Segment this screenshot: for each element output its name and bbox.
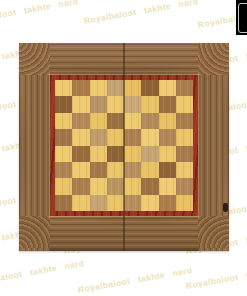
board-square — [55, 162, 72, 178]
board-square — [90, 80, 107, 96]
board-square — [124, 162, 141, 178]
board-square — [72, 178, 89, 194]
board-square — [141, 178, 158, 194]
board-square — [159, 113, 176, 129]
board-square — [107, 113, 124, 129]
board-square — [141, 129, 158, 145]
board-square — [159, 178, 176, 194]
watermark-text: Royalbaloot takhte nard — [83, 0, 199, 26]
board-square — [141, 80, 158, 96]
fold-seam-line — [123, 43, 125, 251]
board-square — [124, 80, 141, 96]
frame-corner-bottom-left — [19, 216, 50, 248]
board-square — [55, 195, 72, 211]
board-square — [124, 113, 141, 129]
board-square — [72, 162, 89, 178]
board-square — [55, 178, 72, 194]
board-square — [55, 96, 72, 112]
board-square — [176, 146, 193, 162]
board-square — [124, 146, 141, 162]
board-square — [176, 129, 193, 145]
board-square — [124, 195, 141, 211]
board-square — [176, 178, 193, 194]
watermark-text: Royalbaloot takhte nard — [0, 0, 79, 26]
board-square — [55, 80, 72, 96]
board-square — [176, 162, 193, 178]
board-square — [107, 129, 124, 145]
board-square — [72, 129, 89, 145]
logo-inner-outline — [238, 3, 247, 33]
board-square — [176, 195, 193, 211]
board-square — [72, 96, 89, 112]
board-square — [72, 195, 89, 211]
board-square — [107, 80, 124, 96]
board-square — [176, 96, 193, 112]
chessboard — [19, 43, 229, 251]
board-square — [72, 80, 89, 96]
board-square — [141, 113, 158, 129]
board-square — [141, 162, 158, 178]
board-square — [107, 195, 124, 211]
board-square — [176, 80, 193, 96]
board-square — [90, 195, 107, 211]
board-square — [90, 178, 107, 194]
board-square — [90, 129, 107, 145]
frame-corner-bottom-right — [198, 216, 229, 248]
board-square — [90, 113, 107, 129]
board-square — [176, 113, 193, 129]
board-square — [72, 113, 89, 129]
board-square — [141, 195, 158, 211]
watermark-text: Royalbaloot takhte nard — [77, 265, 193, 295]
board-square — [159, 80, 176, 96]
board-square — [55, 129, 72, 145]
board-square — [72, 146, 89, 162]
watermark-text: Royalbaloot takhte nard — [185, 261, 247, 291]
board-square — [107, 146, 124, 162]
board-square — [90, 162, 107, 178]
board-square — [107, 162, 124, 178]
board-square — [107, 96, 124, 112]
board-square — [90, 146, 107, 162]
frame-corner-top-right — [198, 43, 229, 75]
frame-corner-top-left — [19, 43, 50, 75]
board-square — [159, 129, 176, 145]
board-square — [141, 96, 158, 112]
board-square — [107, 178, 124, 194]
board-square — [124, 96, 141, 112]
board-square — [159, 96, 176, 112]
hinge-clasp — [223, 203, 228, 212]
product-photo: Royalbaloot takhte nardRoyalbaloot takht… — [0, 0, 247, 296]
corner-logo-box — [236, 0, 247, 35]
watermark-text: Royalbaloot takhte nard — [0, 258, 85, 288]
board-square — [159, 195, 176, 211]
board-square — [141, 146, 158, 162]
board-square — [124, 129, 141, 145]
board-square — [159, 162, 176, 178]
board-square — [55, 113, 72, 129]
board-square — [90, 96, 107, 112]
board-square — [55, 146, 72, 162]
board-square — [159, 146, 176, 162]
board-square — [124, 178, 141, 194]
